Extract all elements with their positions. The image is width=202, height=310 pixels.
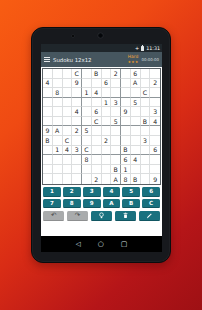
pencil-button[interactable] — [139, 211, 160, 221]
grid-cell[interactable] — [53, 136, 63, 146]
grid-cell[interactable] — [141, 146, 151, 156]
grid-cell[interactable] — [92, 146, 102, 156]
grid-cell[interactable]: 6 — [92, 107, 102, 117]
grid-cell[interactable] — [92, 165, 102, 175]
key-C[interactable]: C — [142, 199, 160, 209]
battery-icon — [141, 46, 144, 51]
grid-cell[interactable]: 4 — [150, 117, 160, 127]
grid-cell[interactable] — [150, 69, 160, 79]
grid-cell[interactable]: 4 — [43, 79, 53, 89]
erase-button[interactable] — [115, 211, 136, 221]
undo-button[interactable]: ↶ — [43, 211, 64, 221]
key-A[interactable]: A — [103, 199, 121, 209]
grid-cell[interactable] — [82, 69, 92, 79]
trash-icon — [122, 212, 129, 219]
grid-cell[interactable] — [53, 98, 63, 108]
grid-cell[interactable]: B — [111, 165, 121, 175]
grid-cell[interactable] — [131, 165, 141, 175]
menu-icon[interactable] — [44, 57, 50, 62]
grid-cell[interactable]: 9 — [43, 126, 53, 136]
grid-cell[interactable]: B — [141, 117, 151, 127]
grid-cell[interactable] — [121, 69, 131, 79]
grid-cell[interactable] — [82, 79, 92, 89]
grid-cell[interactable]: 5 — [82, 126, 92, 136]
grid-cell[interactable] — [43, 146, 53, 156]
grid-cell[interactable] — [82, 136, 92, 146]
key-2[interactable]: 2 — [63, 187, 81, 197]
recents-button[interactable]: ▢ — [121, 241, 128, 248]
grid-cell[interactable]: 9 — [72, 79, 82, 89]
key-9[interactable]: 9 — [83, 199, 101, 209]
grid-cell[interactable] — [53, 155, 63, 165]
grid-cell[interactable]: C — [72, 69, 82, 79]
grid-cell[interactable] — [92, 155, 102, 165]
grid-cell[interactable]: B — [121, 146, 131, 156]
grid-cell[interactable] — [102, 165, 112, 175]
grid-cell[interactable]: 8 — [121, 174, 131, 184]
grid-cell[interactable] — [43, 174, 53, 184]
grid-cell[interactable] — [72, 165, 82, 175]
grid-cell[interactable] — [63, 107, 73, 117]
grid-cell[interactable] — [43, 165, 53, 175]
home-button[interactable]: ○ — [98, 241, 104, 248]
phone-screen: + 11:31 Sudoku 12x12 Hard ★★★ 00:00:00 C… — [41, 44, 162, 252]
keypad-row-1: 123456 — [43, 187, 160, 197]
grid-cell[interactable] — [72, 174, 82, 184]
grid-cell[interactable] — [111, 79, 121, 89]
grid-cell[interactable] — [102, 88, 112, 98]
keypad-row-2: 789ABC — [43, 199, 160, 209]
grid-cell[interactable]: 4 — [72, 107, 82, 117]
grid-cell[interactable] — [82, 174, 92, 184]
action-bar: ↶ ↷ — [43, 211, 160, 221]
grid-cell[interactable] — [63, 165, 73, 175]
grid-cell[interactable]: A — [53, 126, 63, 136]
grid-cell[interactable]: 2 — [111, 69, 121, 79]
grid-cell[interactable] — [63, 155, 73, 165]
grid-cell[interactable] — [121, 88, 131, 98]
grid-cell[interactable] — [111, 126, 121, 136]
grid-cell[interactable] — [150, 155, 160, 165]
grid-cell[interactable] — [92, 98, 102, 108]
grid-cell[interactable] — [53, 79, 63, 89]
grid-cell[interactable]: B — [92, 69, 102, 79]
grid-cell[interactable]: 2 — [92, 174, 102, 184]
grid-cell[interactable]: 6 — [131, 69, 141, 79]
grid-cell[interactable] — [53, 117, 63, 127]
status-plus-icon: + — [135, 46, 139, 51]
grid-cell[interactable] — [141, 126, 151, 136]
grid-cell[interactable]: 6 — [102, 79, 112, 89]
grid-cell[interactable] — [102, 107, 112, 117]
grid-cell[interactable]: A — [111, 174, 121, 184]
grid-cell[interactable] — [150, 165, 160, 175]
key-B[interactable]: B — [122, 199, 140, 209]
grid-cell[interactable]: 1 — [53, 146, 63, 156]
undo-icon: ↶ — [51, 212, 56, 218]
grid-cell[interactable] — [141, 155, 151, 165]
grid-cell[interactable]: 1 — [102, 98, 112, 108]
difficulty-block: Hard ★★★ — [128, 55, 139, 64]
status-clock: 11:31 — [146, 46, 160, 51]
grid-cell[interactable]: 3 — [111, 98, 121, 108]
key-8[interactable]: 8 — [63, 199, 81, 209]
grid-cell[interactable] — [53, 107, 63, 117]
grid-cell[interactable] — [82, 165, 92, 175]
grid-cell[interactable] — [121, 98, 131, 108]
grid-cell[interactable] — [72, 88, 82, 98]
grid-cell[interactable] — [43, 117, 53, 127]
key-4[interactable]: 4 — [103, 187, 121, 197]
difficulty-stars: ★★★ — [128, 60, 139, 64]
grid-cell[interactable] — [82, 107, 92, 117]
grid-cell[interactable] — [63, 117, 73, 127]
app-bar: Sudoku 12x12 Hard ★★★ 00:00:00 — [41, 52, 162, 67]
grid-cell[interactable] — [131, 117, 141, 127]
key-7[interactable]: 7 — [43, 199, 61, 209]
grid-cell[interactable]: 9 — [121, 107, 131, 117]
game-timer: 00:00:00 — [142, 57, 159, 62]
grid-cell[interactable]: 2 — [150, 79, 160, 89]
grid-cell[interactable] — [72, 136, 82, 146]
grid-cell[interactable] — [141, 107, 151, 117]
grid-cell[interactable] — [150, 88, 160, 98]
grid-cell[interactable] — [63, 88, 73, 98]
grid-cell[interactable] — [121, 117, 131, 127]
grid-cell[interactable]: 2 — [102, 136, 112, 146]
grid-cell[interactable] — [141, 79, 151, 89]
grid-cell[interactable]: 5 — [111, 117, 121, 127]
grid-cell[interactable]: 3 — [150, 107, 160, 117]
lightbulb-icon — [98, 212, 105, 219]
grid-cell[interactable] — [131, 146, 141, 156]
key-3[interactable]: 3 — [83, 187, 101, 197]
grid-cell[interactable]: 2 — [72, 126, 82, 136]
grid-cell[interactable] — [102, 117, 112, 127]
grid-cell[interactable] — [111, 107, 121, 117]
grid-cell[interactable] — [92, 79, 102, 89]
grid-cell[interactable] — [121, 136, 131, 146]
hint-button[interactable] — [91, 211, 112, 221]
grid-cell[interactable] — [150, 136, 160, 146]
grid-cell[interactable]: 1 — [121, 165, 131, 175]
grid-cell[interactable] — [82, 117, 92, 127]
grid-cell[interactable] — [43, 88, 53, 98]
grid-cell[interactable] — [72, 117, 82, 127]
grid-cell[interactable] — [131, 136, 141, 146]
phone-frame: + 11:31 Sudoku 12x12 Hard ★★★ 00:00:00 C… — [31, 27, 171, 263]
grid-cell[interactable] — [121, 79, 131, 89]
grid-cell[interactable] — [43, 107, 53, 117]
grid-cell[interactable] — [141, 165, 151, 175]
grid-cell[interactable]: 1 — [82, 88, 92, 98]
grid-cell[interactable] — [150, 126, 160, 136]
grid-cell[interactable] — [111, 88, 121, 98]
sudoku-board: CB26496A2814C1354693C5B49A25BC23143CB686… — [42, 68, 161, 185]
grid-cell[interactable] — [111, 155, 121, 165]
grid-cell[interactable]: C — [82, 146, 92, 156]
grid-cell[interactable] — [92, 136, 102, 146]
grid-cell[interactable]: C — [63, 136, 73, 146]
grid-cell[interactable]: 5 — [131, 98, 141, 108]
grid-cell[interactable] — [72, 155, 82, 165]
grid-cell[interactable]: 4 — [63, 146, 73, 156]
grid-cell[interactable]: 6 — [121, 155, 131, 165]
grid-cell[interactable] — [43, 98, 53, 108]
grid-cell[interactable] — [150, 98, 160, 108]
grid-cell[interactable] — [131, 88, 141, 98]
grid-cell[interactable] — [111, 136, 121, 146]
grid-cell[interactable] — [131, 107, 141, 117]
redo-button[interactable]: ↷ — [67, 211, 88, 221]
grid-cell[interactable] — [53, 69, 63, 79]
grid-cell[interactable]: 3 — [72, 146, 82, 156]
grid-cell[interactable] — [63, 69, 73, 79]
grid-cell[interactable] — [121, 126, 131, 136]
grid-cell[interactable] — [82, 98, 92, 108]
app-title: Sudoku 12x12 — [53, 57, 126, 63]
grid-cell[interactable] — [102, 146, 112, 156]
key-5[interactable]: 5 — [122, 187, 140, 197]
grid-cell[interactable]: 4 — [92, 88, 102, 98]
grid-cell[interactable] — [63, 174, 73, 184]
grid-cell[interactable] — [102, 126, 112, 136]
grid-cell[interactable] — [43, 155, 53, 165]
grid-cell[interactable]: 3 — [141, 136, 151, 146]
grid-cell[interactable]: 6 — [150, 146, 160, 156]
pencil-icon — [146, 212, 153, 219]
grid-cell[interactable] — [141, 174, 151, 184]
grid-cell[interactable]: 4 — [131, 155, 141, 165]
grid-cell[interactable] — [102, 174, 112, 184]
redo-icon: ↷ — [75, 212, 80, 218]
grid-cell[interactable]: 8 — [53, 88, 63, 98]
status-bar: + 11:31 — [41, 44, 162, 52]
grid-cell[interactable] — [131, 126, 141, 136]
grid-cell[interactable]: B — [43, 136, 53, 146]
grid-cell[interactable]: C — [141, 88, 151, 98]
front-camera-icon — [98, 33, 103, 38]
grid-cell[interactable] — [102, 155, 112, 165]
navigation-bar: ◁ ○ ▢ — [41, 236, 162, 252]
grid-cell[interactable] — [53, 165, 63, 175]
grid-cell[interactable]: 8 — [82, 155, 92, 165]
grid-cell[interactable] — [63, 98, 73, 108]
grid-cell[interactable] — [141, 69, 151, 79]
grid-cell[interactable] — [92, 126, 102, 136]
grid-cell[interactable] — [53, 174, 63, 184]
grid-cell[interactable] — [63, 126, 73, 136]
grid-cell[interactable] — [43, 69, 53, 79]
grid-cell[interactable] — [141, 98, 151, 108]
grid-cell[interactable] — [102, 69, 112, 79]
grid-cell[interactable] — [72, 98, 82, 108]
grid-cell[interactable]: 9 — [150, 174, 160, 184]
proximity-sensor-dot — [72, 35, 74, 37]
difficulty-label: Hard — [128, 55, 139, 59]
grid-cell[interactable] — [111, 146, 121, 156]
key-6[interactable]: 6 — [142, 187, 160, 197]
grid-cell[interactable]: B — [131, 174, 141, 184]
back-button[interactable]: ◁ — [76, 241, 81, 248]
background: + 11:31 Sudoku 12x12 Hard ★★★ 00:00:00 C… — [0, 0, 202, 310]
grid-cell[interactable]: A — [131, 79, 141, 89]
grid-cell[interactable]: C — [92, 117, 102, 127]
key-1[interactable]: 1 — [43, 187, 61, 197]
grid-cell[interactable] — [63, 79, 73, 89]
